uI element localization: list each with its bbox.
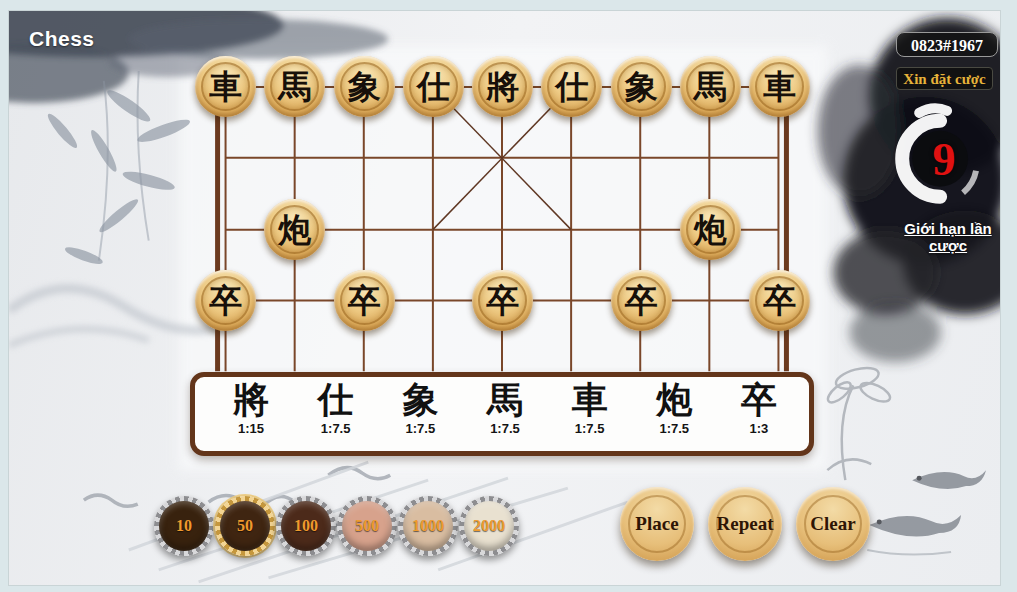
piece-卒: 卒 bbox=[749, 270, 810, 331]
piece-炮: 炮 bbox=[264, 199, 325, 260]
bet-piece-label: 象 bbox=[378, 378, 462, 420]
bet-limit-link[interactable]: Giới hạn lần cược bbox=[885, 220, 1001, 254]
bet-odds-label: 1:7.5 bbox=[632, 421, 716, 436]
bet-odds-label: 1:15 bbox=[209, 421, 293, 436]
clear-button[interactable]: Clear bbox=[796, 487, 870, 561]
chip-50-selected[interactable]: 50 bbox=[215, 496, 275, 556]
lotus-ink-decoration bbox=[825, 364, 893, 480]
piece-將: 將 bbox=[472, 56, 533, 117]
bet-odds-label: 1:7.5 bbox=[463, 421, 547, 436]
bet-piece-label: 卒 bbox=[717, 378, 801, 420]
chip-10[interactable]: 10 bbox=[154, 496, 214, 556]
countdown-timer: 9 bbox=[922, 133, 966, 186]
page-title: Chess bbox=[29, 27, 95, 51]
bet-odds-label: 1:7.5 bbox=[294, 421, 378, 436]
repeat-button[interactable]: Repeat bbox=[708, 487, 782, 561]
piece-馬: 馬 bbox=[680, 56, 741, 117]
piece-象: 象 bbox=[611, 56, 672, 117]
place-button[interactable]: Place bbox=[620, 487, 694, 561]
piece-馬: 馬 bbox=[264, 56, 325, 117]
fish-ink-decoration bbox=[867, 470, 986, 554]
game-area: Chess 車馬象仕將仕象馬車炮炮卒卒卒卒卒 將1:15仕1:7.5象1:7.5… bbox=[8, 10, 1001, 586]
bet-option-仕[interactable]: 仕1:7.5 bbox=[294, 378, 378, 436]
bet-piece-label: 仕 bbox=[294, 378, 378, 420]
bet-piece-label: 炮 bbox=[632, 378, 716, 420]
bet-options: 將1:15仕1:7.5象1:7.5馬1:7.5車1:7.5炮1:7.5卒1:3 bbox=[195, 377, 809, 436]
xiangqi-board: 車馬象仕將仕象馬車炮炮卒卒卒卒卒 bbox=[191, 51, 814, 407]
bet-option-卒[interactable]: 卒1:3 bbox=[717, 378, 801, 436]
chip-2000[interactable]: 2000 bbox=[459, 496, 519, 556]
app-window: Chess 車馬象仕將仕象馬車炮炮卒卒卒卒卒 將1:15仕1:7.5象1:7.5… bbox=[0, 0, 1017, 592]
bet-piece-label: 馬 bbox=[463, 378, 547, 420]
piece-車: 車 bbox=[749, 56, 810, 117]
piece-卒: 卒 bbox=[611, 270, 672, 331]
bet-prompt-badge: Xin đặt cược bbox=[896, 67, 993, 90]
chip-1000[interactable]: 1000 bbox=[398, 496, 458, 556]
bet-odds-label: 1:7.5 bbox=[378, 421, 462, 436]
piece-卒: 卒 bbox=[195, 270, 256, 331]
chip-row: 105010050010002000 bbox=[154, 496, 519, 556]
piece-仕: 仕 bbox=[403, 56, 464, 117]
piece-卒: 卒 bbox=[472, 270, 533, 331]
piece-象: 象 bbox=[334, 56, 395, 117]
bet-option-象[interactable]: 象1:7.5 bbox=[378, 378, 462, 436]
bet-option-將[interactable]: 將1:15 bbox=[209, 378, 293, 436]
bet-option-馬[interactable]: 馬1:7.5 bbox=[463, 378, 547, 436]
bet-piece-label: 車 bbox=[548, 378, 632, 420]
bet-piece-label: 將 bbox=[209, 378, 293, 420]
piece-車: 車 bbox=[195, 56, 256, 117]
bet-option-炮[interactable]: 炮1:7.5 bbox=[632, 378, 716, 436]
bet-odds-label: 1:3 bbox=[717, 421, 801, 436]
bet-option-車[interactable]: 車1:7.5 bbox=[548, 378, 632, 436]
piece-炮: 炮 bbox=[680, 199, 741, 260]
bet-odds-label: 1:7.5 bbox=[548, 421, 632, 436]
chip-100[interactable]: 100 bbox=[276, 496, 336, 556]
chip-500[interactable]: 500 bbox=[337, 496, 397, 556]
round-id-badge: 0823#1967 bbox=[896, 32, 998, 57]
piece-卒: 卒 bbox=[334, 270, 395, 331]
bet-panel: 將1:15仕1:7.5象1:7.5馬1:7.5車1:7.5炮1:7.5卒1:3 bbox=[190, 372, 814, 456]
action-buttons: PlaceRepeatClear bbox=[620, 487, 870, 561]
piece-仕: 仕 bbox=[541, 56, 602, 117]
